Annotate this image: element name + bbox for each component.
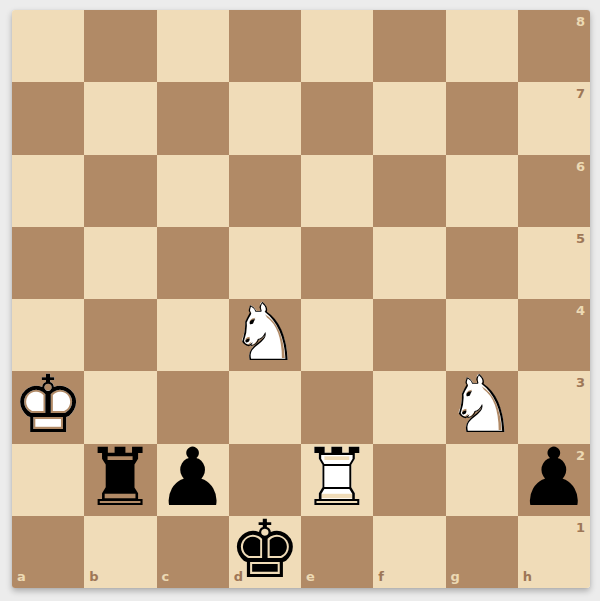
square-f3[interactable] bbox=[373, 371, 445, 443]
file-label-c: c bbox=[162, 570, 170, 583]
square-h5[interactable]: 5 bbox=[518, 227, 590, 299]
square-h6[interactable]: 6 bbox=[518, 155, 590, 227]
square-f1[interactable]: f bbox=[373, 516, 445, 588]
square-b3[interactable] bbox=[84, 371, 156, 443]
square-h4[interactable]: 4 bbox=[518, 299, 590, 371]
square-d7[interactable] bbox=[229, 82, 301, 154]
square-b5[interactable] bbox=[84, 227, 156, 299]
file-label-b: b bbox=[89, 570, 98, 583]
square-b6[interactable] bbox=[84, 155, 156, 227]
square-c2[interactable]: ♟ bbox=[157, 444, 229, 516]
piece-black-king[interactable]: ♚ bbox=[229, 516, 301, 588]
file-label-a: a bbox=[17, 570, 26, 583]
square-d6[interactable] bbox=[229, 155, 301, 227]
square-g1[interactable]: g bbox=[446, 516, 518, 588]
piece-white-knight[interactable]: ♞♘ bbox=[229, 299, 301, 371]
square-d4[interactable]: ♞♘ bbox=[229, 299, 301, 371]
square-a2[interactable] bbox=[12, 444, 84, 516]
rank-label-6: 6 bbox=[576, 160, 585, 173]
square-b7[interactable] bbox=[84, 82, 156, 154]
file-label-e: e bbox=[306, 570, 315, 583]
square-a4[interactable] bbox=[12, 299, 84, 371]
file-label-f: f bbox=[378, 570, 384, 583]
file-label-h: h bbox=[523, 570, 532, 583]
square-g8[interactable] bbox=[446, 10, 518, 82]
square-a6[interactable] bbox=[12, 155, 84, 227]
page-background: 8765♞♘4♚♔♞♘3♜♟♜♖2♟abcd♚efgh1 bbox=[0, 0, 600, 601]
square-e8[interactable] bbox=[301, 10, 373, 82]
square-f8[interactable] bbox=[373, 10, 445, 82]
square-c6[interactable] bbox=[157, 155, 229, 227]
piece-black-pawn[interactable]: ♟ bbox=[157, 444, 229, 516]
square-c1[interactable]: c bbox=[157, 516, 229, 588]
rank-label-7: 7 bbox=[576, 87, 585, 100]
square-g3[interactable]: ♞♘ bbox=[446, 371, 518, 443]
square-b8[interactable] bbox=[84, 10, 156, 82]
square-e7[interactable] bbox=[301, 82, 373, 154]
square-f5[interactable] bbox=[373, 227, 445, 299]
square-a5[interactable] bbox=[12, 227, 84, 299]
chess-board: 8765♞♘4♚♔♞♘3♜♟♜♖2♟abcd♚efgh1 bbox=[12, 10, 590, 588]
rank-label-5: 5 bbox=[576, 232, 585, 245]
square-c8[interactable] bbox=[157, 10, 229, 82]
square-e5[interactable] bbox=[301, 227, 373, 299]
square-f7[interactable] bbox=[373, 82, 445, 154]
square-d2[interactable] bbox=[229, 444, 301, 516]
piece-white-king[interactable]: ♚♔ bbox=[12, 371, 84, 443]
square-g5[interactable] bbox=[446, 227, 518, 299]
square-h3[interactable]: 3 bbox=[518, 371, 590, 443]
square-a7[interactable] bbox=[12, 82, 84, 154]
rank-label-1: 1 bbox=[576, 521, 585, 534]
square-e2[interactable]: ♜♖ bbox=[301, 444, 373, 516]
square-b4[interactable] bbox=[84, 299, 156, 371]
piece-white-knight[interactable]: ♞♘ bbox=[446, 371, 518, 443]
square-g2[interactable] bbox=[446, 444, 518, 516]
rank-label-8: 8 bbox=[576, 15, 585, 28]
square-a1[interactable]: a bbox=[12, 516, 84, 588]
square-g7[interactable] bbox=[446, 82, 518, 154]
piece-black-pawn[interactable]: ♟ bbox=[518, 444, 590, 516]
square-f4[interactable] bbox=[373, 299, 445, 371]
square-b2[interactable]: ♜ bbox=[84, 444, 156, 516]
square-h7[interactable]: 7 bbox=[518, 82, 590, 154]
piece-black-rook[interactable]: ♜ bbox=[84, 444, 156, 516]
square-f6[interactable] bbox=[373, 155, 445, 227]
square-f2[interactable] bbox=[373, 444, 445, 516]
square-g6[interactable] bbox=[446, 155, 518, 227]
rank-label-4: 4 bbox=[576, 304, 585, 317]
chess-board-card: 8765♞♘4♚♔♞♘3♜♟♜♖2♟abcd♚efgh1 bbox=[12, 10, 590, 588]
square-e3[interactable] bbox=[301, 371, 373, 443]
square-c7[interactable] bbox=[157, 82, 229, 154]
square-e4[interactable] bbox=[301, 299, 373, 371]
square-d5[interactable] bbox=[229, 227, 301, 299]
square-h8[interactable]: 8 bbox=[518, 10, 590, 82]
square-c5[interactable] bbox=[157, 227, 229, 299]
square-a3[interactable]: ♚♔ bbox=[12, 371, 84, 443]
square-d8[interactable] bbox=[229, 10, 301, 82]
file-label-g: g bbox=[451, 570, 460, 583]
square-h1[interactable]: h1 bbox=[518, 516, 590, 588]
square-c3[interactable] bbox=[157, 371, 229, 443]
square-g4[interactable] bbox=[446, 299, 518, 371]
square-b1[interactable]: b bbox=[84, 516, 156, 588]
square-h2[interactable]: 2♟ bbox=[518, 444, 590, 516]
square-c4[interactable] bbox=[157, 299, 229, 371]
piece-white-rook[interactable]: ♜♖ bbox=[301, 444, 373, 516]
square-d3[interactable] bbox=[229, 371, 301, 443]
square-d1[interactable]: d♚ bbox=[229, 516, 301, 588]
square-e6[interactable] bbox=[301, 155, 373, 227]
rank-label-3: 3 bbox=[576, 376, 585, 389]
square-a8[interactable] bbox=[12, 10, 84, 82]
square-e1[interactable]: e bbox=[301, 516, 373, 588]
